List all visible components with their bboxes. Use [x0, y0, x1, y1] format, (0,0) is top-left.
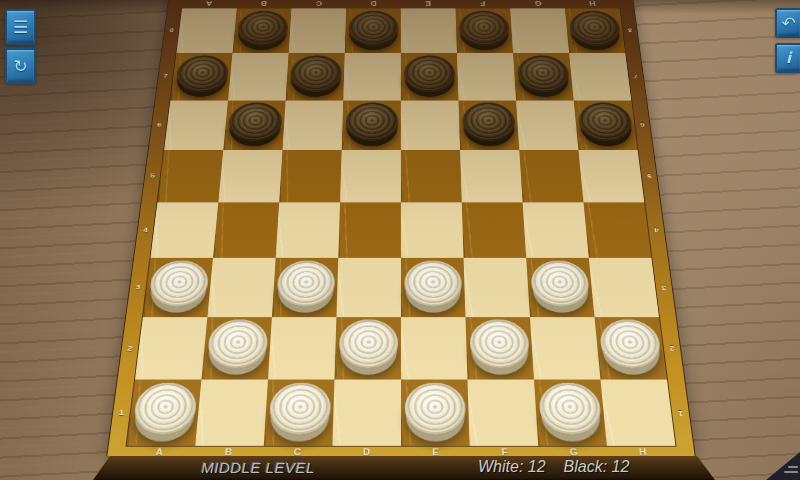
black-piece-g7[interactable] [516, 55, 570, 92]
square-h3[interactable] [589, 258, 659, 317]
square-g1[interactable] [534, 379, 607, 445]
square-c7[interactable] [286, 53, 345, 100]
file-label-bottom-b: B [193, 447, 263, 457]
square-b7[interactable] [228, 53, 289, 100]
square-b2[interactable] [201, 317, 271, 380]
square-f5[interactable] [460, 150, 523, 202]
square-a2[interactable] [135, 317, 207, 380]
restart-icon: ↻ [13, 58, 27, 75]
square-c8[interactable] [289, 8, 347, 53]
black-piece-e7[interactable] [404, 55, 456, 92]
square-h4[interactable] [583, 202, 651, 258]
white-count-label: White: 12 [478, 458, 546, 476]
file-label-top-f: F [455, 0, 510, 7]
square-h8[interactable] [565, 8, 625, 53]
square-d4[interactable] [338, 202, 401, 258]
square-c1[interactable] [264, 379, 335, 445]
square-b4[interactable] [213, 202, 279, 258]
white-piece-h2[interactable] [598, 320, 662, 369]
square-g6[interactable] [516, 100, 578, 150]
square-g7[interactable] [513, 53, 574, 100]
square-g5[interactable] [519, 150, 583, 202]
square-c2[interactable] [268, 317, 336, 380]
square-d8[interactable] [345, 8, 401, 53]
square-h6[interactable] [574, 100, 638, 150]
file-label-top-c: C [291, 0, 346, 7]
info-icon: i [786, 51, 791, 66]
file-label-bottom-f: F [470, 447, 540, 457]
file-label-top-d: D [346, 0, 401, 7]
square-f6[interactable] [458, 100, 519, 150]
white-piece-c1[interactable] [268, 382, 331, 434]
score-display: White: 12 Black: 12 [478, 458, 629, 476]
square-e1[interactable] [401, 379, 470, 445]
square-a4[interactable] [150, 202, 218, 258]
square-f2[interactable] [465, 317, 534, 380]
file-label-bottom-d: D [332, 447, 401, 457]
square-e4[interactable] [401, 202, 464, 258]
file-label-bottom-c: C [263, 447, 333, 457]
black-piece-d8[interactable] [348, 11, 398, 46]
level-label: MIDDLE LEVEL [193, 459, 323, 476]
black-piece-f6[interactable] [461, 103, 515, 142]
file-labels-top: ABCDEFGH [181, 0, 620, 7]
file-label-bottom-a: A [124, 447, 194, 457]
file-label-top-h: H [565, 0, 621, 7]
black-piece-f8[interactable] [458, 11, 509, 46]
black-count-label: Black: 12 [564, 458, 630, 476]
file-labels-bottom: ABCDEFGH [124, 447, 678, 457]
board-grid [125, 8, 676, 447]
info-button[interactable]: i [775, 43, 800, 73]
checkers-board: ABCDEFGH ABCDEFGH 87654321 87654321 [106, 0, 696, 458]
board-scene: ABCDEFGH ABCDEFGH 87654321 87654321 [0, 0, 800, 480]
square-g8[interactable] [510, 8, 569, 53]
square-f3[interactable] [464, 258, 530, 317]
white-piece-a3[interactable] [147, 261, 209, 307]
square-a6[interactable] [164, 100, 228, 150]
square-c3[interactable] [272, 258, 338, 317]
square-b6[interactable] [223, 100, 285, 150]
white-piece-f2[interactable] [469, 320, 530, 369]
white-piece-g3[interactable] [529, 261, 590, 307]
square-d7[interactable] [343, 53, 401, 100]
black-piece-d6[interactable] [345, 103, 398, 142]
white-piece-b2[interactable] [206, 320, 269, 369]
square-h2[interactable] [594, 317, 666, 380]
square-h1[interactable] [600, 379, 675, 445]
square-h7[interactable] [569, 53, 631, 100]
square-e8[interactable] [401, 8, 457, 53]
game-screen: ABCDEFGH ABCDEFGH 87654321 87654321 MIDD… [0, 0, 800, 480]
square-h5[interactable] [578, 150, 644, 202]
file-label-bottom-g: G [539, 447, 609, 457]
square-a3[interactable] [143, 258, 213, 317]
square-d1[interactable] [332, 379, 401, 445]
black-piece-h8[interactable] [568, 11, 622, 46]
square-c4[interactable] [276, 202, 340, 258]
white-piece-d2[interactable] [338, 320, 398, 369]
menu-button[interactable]: ☰ [5, 9, 36, 45]
square-e3[interactable] [401, 258, 466, 317]
square-a7[interactable] [170, 53, 232, 100]
square-g3[interactable] [526, 258, 594, 317]
file-label-top-e: E [401, 0, 456, 7]
square-d3[interactable] [336, 258, 401, 317]
undo-icon: ↶ [781, 15, 795, 32]
undo-button[interactable]: ↶ [775, 8, 800, 38]
file-label-bottom-e: E [401, 447, 470, 457]
square-g2[interactable] [530, 317, 601, 380]
square-b1[interactable] [195, 379, 268, 445]
square-f8[interactable] [455, 8, 513, 53]
white-piece-e1[interactable] [404, 382, 466, 434]
file-label-top-a: A [181, 0, 237, 7]
square-e2[interactable] [401, 317, 468, 380]
square-a5[interactable] [157, 150, 223, 202]
square-e7[interactable] [401, 53, 459, 100]
square-g4[interactable] [523, 202, 589, 258]
black-piece-b8[interactable] [236, 11, 289, 46]
square-e5[interactable] [401, 150, 462, 202]
square-c6[interactable] [282, 100, 343, 150]
square-a1[interactable] [127, 379, 202, 445]
square-b8[interactable] [232, 8, 291, 53]
white-piece-g1[interactable] [537, 382, 602, 434]
white-piece-c3[interactable] [276, 261, 335, 307]
square-d2[interactable] [334, 317, 400, 380]
square-f4[interactable] [462, 202, 526, 258]
file-label-top-g: G [510, 0, 565, 7]
restart-button[interactable]: ↻ [5, 48, 36, 84]
square-c5[interactable] [279, 150, 342, 202]
square-f7[interactable] [457, 53, 516, 100]
square-a8[interactable] [176, 8, 236, 53]
black-piece-h6[interactable] [577, 103, 634, 142]
black-piece-c7[interactable] [289, 55, 342, 92]
board-front-face: MIDDLE LEVEL White: 12 Black: 12 [93, 456, 715, 480]
white-piece-e3[interactable] [404, 261, 462, 307]
square-b5[interactable] [218, 150, 282, 202]
white-piece-a1[interactable] [131, 382, 197, 434]
file-label-top-b: B [236, 0, 291, 7]
square-b3[interactable] [207, 258, 275, 317]
square-f1[interactable] [467, 379, 538, 445]
black-piece-a7[interactable] [174, 55, 229, 92]
black-piece-b6[interactable] [227, 103, 283, 142]
file-label-bottom-h: H [608, 447, 678, 457]
menu-icon: ☰ [13, 19, 28, 36]
square-e6[interactable] [401, 100, 460, 150]
square-d6[interactable] [342, 100, 401, 150]
square-d5[interactable] [340, 150, 401, 202]
